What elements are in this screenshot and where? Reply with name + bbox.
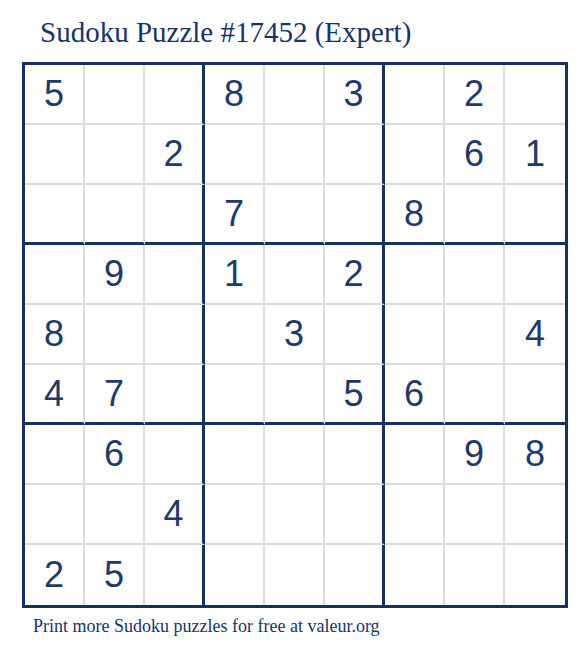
sudoku-cell[interactable] — [325, 305, 385, 365]
sudoku-cell[interactable] — [85, 185, 145, 245]
sudoku-cell[interactable]: 9 — [85, 245, 145, 305]
sudoku-cell[interactable] — [145, 545, 205, 605]
sudoku-cell[interactable]: 6 — [445, 125, 505, 185]
sudoku-cell[interactable] — [145, 365, 205, 425]
sudoku-cell[interactable]: 3 — [265, 305, 325, 365]
sudoku-cell[interactable] — [145, 185, 205, 245]
sudoku-cell[interactable] — [445, 185, 505, 245]
sudoku-cell[interactable] — [25, 425, 85, 485]
sudoku-cell[interactable] — [385, 245, 445, 305]
sudoku-cell[interactable] — [265, 425, 325, 485]
sudoku-cell[interactable]: 9 — [445, 425, 505, 485]
sudoku-cell[interactable]: 3 — [325, 65, 385, 125]
sudoku-cell[interactable] — [385, 65, 445, 125]
sudoku-cell[interactable] — [265, 545, 325, 605]
sudoku-cell[interactable] — [385, 305, 445, 365]
sudoku-cell[interactable]: 2 — [325, 245, 385, 305]
sudoku-cell[interactable] — [385, 485, 445, 545]
sudoku-cell[interactable]: 1 — [205, 245, 265, 305]
sudoku-cell[interactable]: 6 — [85, 425, 145, 485]
sudoku-cell[interactable] — [505, 545, 565, 605]
sudoku-cell[interactable]: 5 — [325, 365, 385, 425]
sudoku-cell[interactable] — [325, 185, 385, 245]
sudoku-cell[interactable] — [445, 305, 505, 365]
sudoku-cell[interactable] — [145, 425, 205, 485]
sudoku-cell[interactable]: 2 — [145, 125, 205, 185]
sudoku-cell[interactable] — [25, 125, 85, 185]
sudoku-cell[interactable] — [205, 365, 265, 425]
sudoku-cell[interactable] — [445, 245, 505, 305]
sudoku-cell[interactable]: 8 — [205, 65, 265, 125]
sudoku-cell[interactable] — [205, 485, 265, 545]
sudoku-cell[interactable] — [385, 425, 445, 485]
sudoku-cell[interactable] — [505, 245, 565, 305]
sudoku-cell[interactable] — [145, 245, 205, 305]
sudoku-cell[interactable]: 8 — [385, 185, 445, 245]
sudoku-cell[interactable] — [265, 125, 325, 185]
sudoku-cell[interactable] — [25, 185, 85, 245]
sudoku-cell[interactable] — [265, 365, 325, 425]
sudoku-cell[interactable] — [265, 245, 325, 305]
sudoku-cell[interactable] — [85, 305, 145, 365]
sudoku-cell[interactable]: 7 — [85, 365, 145, 425]
sudoku-cell[interactable] — [205, 305, 265, 365]
sudoku-cell[interactable]: 1 — [505, 125, 565, 185]
sudoku-cell[interactable] — [505, 485, 565, 545]
sudoku-cell[interactable] — [25, 245, 85, 305]
sudoku-cell[interactable]: 6 — [385, 365, 445, 425]
page-title: Sudoku Puzzle #17452 (Expert) — [40, 16, 411, 49]
footer-text: Print more Sudoku puzzles for free at va… — [33, 616, 380, 637]
sudoku-cell[interactable] — [505, 185, 565, 245]
sudoku-cell[interactable]: 4 — [25, 365, 85, 425]
sudoku-cell[interactable] — [445, 545, 505, 605]
sudoku-cell[interactable] — [505, 65, 565, 125]
sudoku-cell[interactable] — [325, 125, 385, 185]
sudoku-cell[interactable] — [85, 485, 145, 545]
sudoku-cell[interactable] — [325, 485, 385, 545]
sudoku-cell[interactable]: 2 — [25, 545, 85, 605]
sudoku-cell[interactable] — [265, 185, 325, 245]
sudoku-cell[interactable] — [205, 125, 265, 185]
sudoku-cell[interactable]: 2 — [445, 65, 505, 125]
sudoku-cell[interactable]: 5 — [25, 65, 85, 125]
sudoku-cell[interactable]: 7 — [205, 185, 265, 245]
sudoku-cell[interactable] — [25, 485, 85, 545]
sudoku-cell[interactable] — [145, 65, 205, 125]
sudoku-cell[interactable] — [205, 545, 265, 605]
sudoku-cell[interactable] — [85, 65, 145, 125]
sudoku-cell[interactable] — [145, 305, 205, 365]
sudoku-cell[interactable]: 4 — [505, 305, 565, 365]
sudoku-cell[interactable] — [505, 365, 565, 425]
sudoku-cell[interactable]: 5 — [85, 545, 145, 605]
sudoku-cell[interactable] — [445, 485, 505, 545]
sudoku-cell[interactable] — [85, 125, 145, 185]
sudoku-cell[interactable] — [325, 425, 385, 485]
sudoku-cell[interactable]: 8 — [505, 425, 565, 485]
sudoku-cell[interactable] — [445, 365, 505, 425]
sudoku-cell[interactable] — [205, 425, 265, 485]
sudoku-cell[interactable] — [385, 545, 445, 605]
sudoku-cell[interactable] — [325, 545, 385, 605]
sudoku-board: 5832261789128344756698425 — [22, 62, 568, 608]
sudoku-cell[interactable]: 8 — [25, 305, 85, 365]
sudoku-cell[interactable] — [385, 125, 445, 185]
sudoku-cell[interactable] — [265, 485, 325, 545]
sudoku-cell[interactable] — [265, 65, 325, 125]
sudoku-cell[interactable]: 4 — [145, 485, 205, 545]
